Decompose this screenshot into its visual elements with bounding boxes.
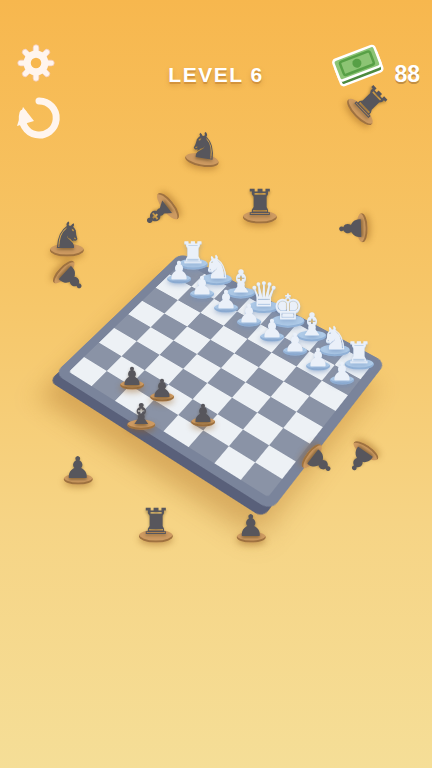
piece-glyph-P: ♟ bbox=[336, 214, 367, 242]
piece-glyph-R: ♜ bbox=[140, 504, 172, 540]
piece-glyph-P: ♟ bbox=[261, 316, 283, 341]
restart-button[interactable] bbox=[10, 92, 62, 150]
piece-glyph-P: ♟ bbox=[238, 301, 260, 326]
piece-glyph-P: ♟ bbox=[65, 453, 92, 483]
piece-glyph-P: ♟ bbox=[215, 287, 237, 312]
piece-glyph-P: ♟ bbox=[331, 359, 353, 384]
restart-arrow-icon bbox=[10, 132, 62, 149]
piece-glyph-P: ♟ bbox=[168, 258, 190, 283]
piece-glyph-P: ♟ bbox=[121, 364, 143, 389]
game-screen: LEVEL 6 88 ♜♞♝♛♚♝♞♜♟♟♟♟♟♟♟♟♟♟♝♟♜♞♜♞♝♟♟♟♜… bbox=[0, 0, 432, 768]
piece-glyph-B: ♝ bbox=[128, 400, 154, 429]
piece-glyph-N: ♞ bbox=[185, 126, 223, 167]
money-count: 88 bbox=[394, 49, 420, 88]
piece-glyph-P: ♟ bbox=[52, 259, 92, 299]
piece-glyph-P: ♟ bbox=[192, 401, 214, 426]
piece-glyph-P: ♟ bbox=[191, 273, 213, 298]
piece-glyph-N: ♞ bbox=[51, 218, 83, 254]
piece-glyph-P: ♟ bbox=[340, 440, 379, 480]
piece-glyph-R: ♜ bbox=[244, 185, 276, 221]
piece-glyph-P: ♟ bbox=[307, 345, 329, 370]
piece-glyph-B: ♝ bbox=[135, 192, 181, 237]
piece-glyph-P: ♟ bbox=[238, 511, 265, 541]
piece-glyph-P: ♟ bbox=[284, 330, 306, 355]
piece-glyph-P: ♟ bbox=[151, 376, 173, 401]
